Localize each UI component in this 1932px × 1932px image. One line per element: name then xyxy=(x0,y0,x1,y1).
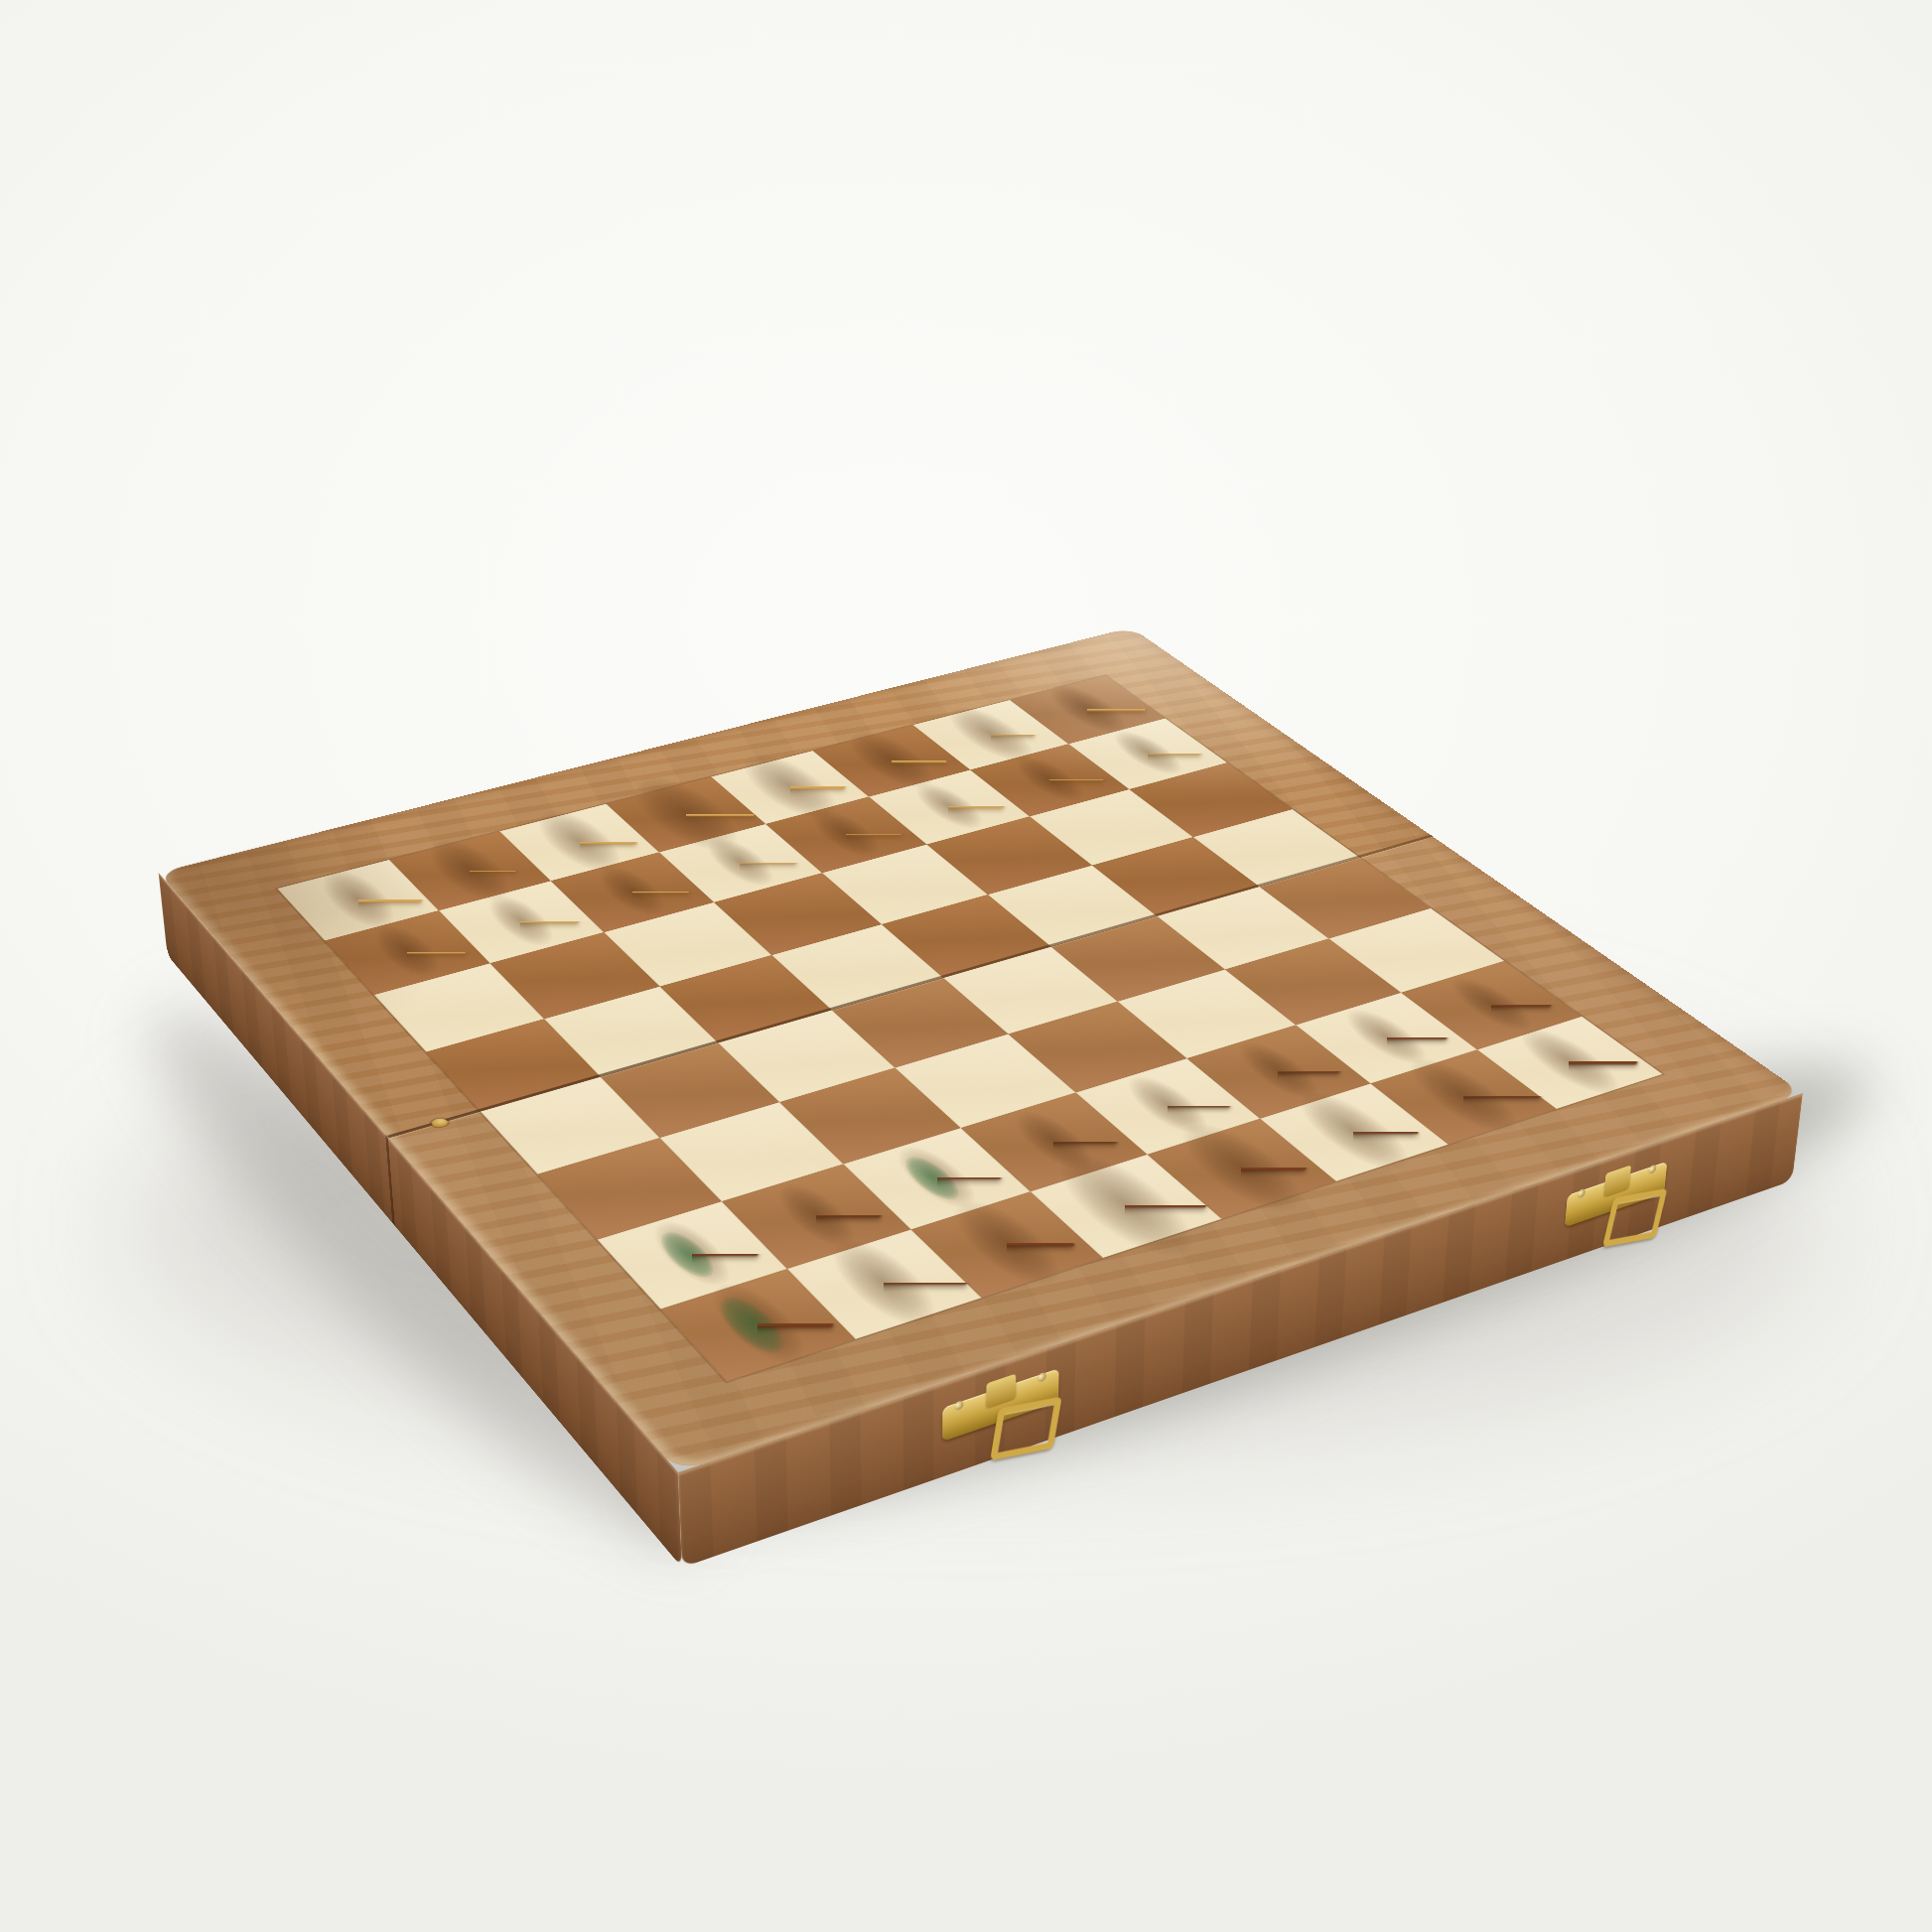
fold-seam-front-edge xyxy=(385,1135,395,1226)
chess-board[interactable]: ♜♞♝♛♚♝♞♜♟♟♟♟♟♟♟♟♟♟♟♟♟♟♟♟♜♞♝♛♚♝♞♜ xyxy=(159,627,1803,1472)
photo-scene: ♜♞♝♛♚♝♞♜♟♟♟♟♟♟♟♟♟♟♟♟♟♟♟♟♜♞♝♛♚♝♞♜ xyxy=(0,0,1932,1932)
piece-layer: ♜♞♝♛♚♝♞♜♟♟♟♟♟♟♟♟♟♟♟♟♟♟♟♟♜♞♝♛♚♝♞♜ xyxy=(159,627,1803,1472)
